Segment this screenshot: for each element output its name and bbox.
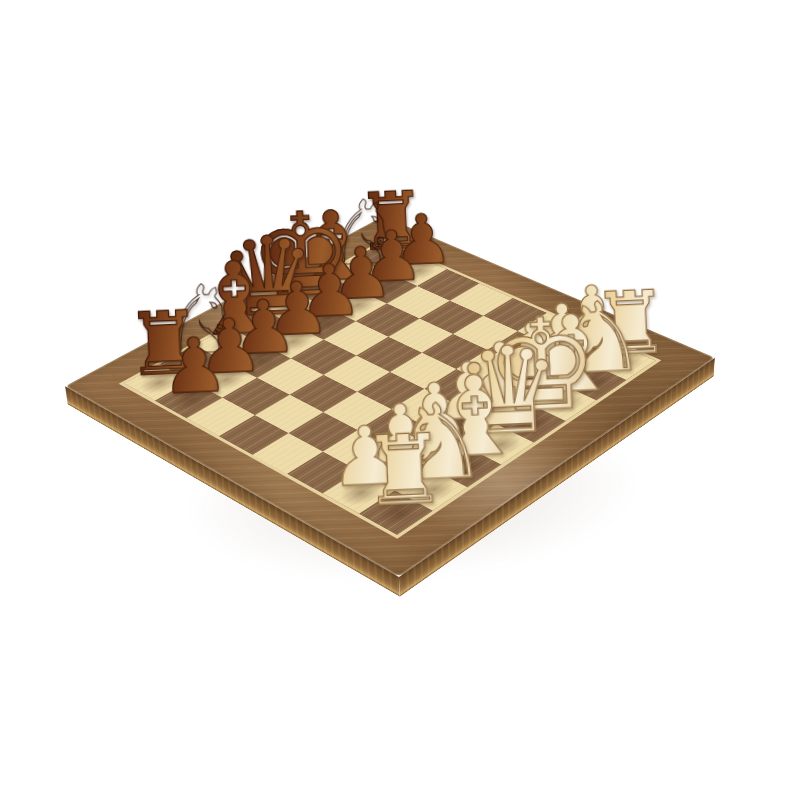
squares-grid: ♜♞♝♛♚♝♞♜♟♟♟♟♟♟♟♟♟♟♟♟♟♟♟♟♜♞♝♛♚♝♞♜: [119, 239, 662, 538]
perspective-scene: ♜♞♝♛♚♝♞♜♟♟♟♟♟♟♟♟♟♟♟♟♟♟♟♟♜♞♝♛♚♝♞♜: [150, 132, 630, 612]
board-frame: ♜♞♝♛♚♝♞♜♟♟♟♟♟♟♟♟♟♟♟♟♟♟♟♟♜♞♝♛♚♝♞♜: [65, 216, 715, 577]
piece-white-rook-a1[interactable]: ♜: [313, 418, 495, 521]
product-photo-stage: ♜♞♝♛♚♝♞♜♟♟♟♟♟♟♟♟♟♟♟♟♟♟♟♟♜♞♝♛♚♝♞♜: [0, 0, 800, 800]
chess-board: ♜♞♝♛♚♝♞♜♟♟♟♟♟♟♟♟♟♟♟♟♟♟♟♟♜♞♝♛♚♝♞♜: [65, 216, 715, 577]
camera-tilt-wrapper: ♜♞♝♛♚♝♞♜♟♟♟♟♟♟♟♟♟♟♟♟♟♟♟♟♜♞♝♛♚♝♞♜: [0, 0, 800, 800]
piece-black-pawn-a7[interactable]: ♟: [111, 324, 277, 406]
